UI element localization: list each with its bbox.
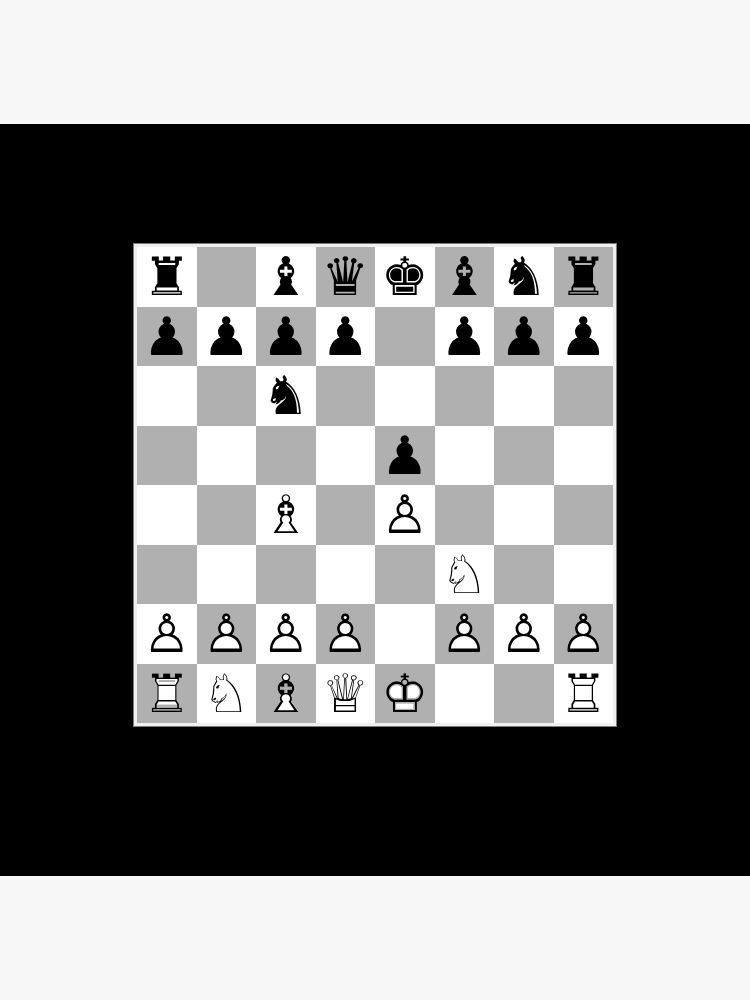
- black-queen: ♛: [316, 247, 376, 307]
- white-pawn: ♟♙: [197, 604, 257, 664]
- square-d1[interactable]: ♛♕: [316, 664, 376, 724]
- white-rook: ♜♖: [137, 664, 197, 724]
- square-h6[interactable]: [554, 366, 614, 426]
- square-e7[interactable]: [375, 307, 435, 367]
- black-pawn: ♟: [137, 307, 197, 367]
- square-e1[interactable]: ♚♔: [375, 664, 435, 724]
- square-f8[interactable]: ♝: [435, 247, 495, 307]
- white-queen: ♛♕: [316, 664, 376, 724]
- white-knight: ♞♘: [197, 664, 257, 724]
- square-g7[interactable]: ♟: [494, 307, 554, 367]
- square-c5[interactable]: [256, 426, 316, 486]
- square-e8[interactable]: ♚: [375, 247, 435, 307]
- square-h2[interactable]: ♟♙: [554, 604, 614, 664]
- square-c2[interactable]: ♟♙: [256, 604, 316, 664]
- square-b6[interactable]: [197, 366, 257, 426]
- square-a8[interactable]: ♜: [137, 247, 197, 307]
- square-f6[interactable]: [435, 366, 495, 426]
- square-g3[interactable]: [494, 545, 554, 605]
- square-c4[interactable]: ♝♗: [256, 485, 316, 545]
- square-f4[interactable]: [435, 485, 495, 545]
- square-d8[interactable]: ♛: [316, 247, 376, 307]
- square-b1[interactable]: ♞♘: [197, 664, 257, 724]
- square-e6[interactable]: [375, 366, 435, 426]
- square-e3[interactable]: [375, 545, 435, 605]
- square-a7[interactable]: ♟: [137, 307, 197, 367]
- black-pawn: ♟: [375, 426, 435, 486]
- square-b8[interactable]: [197, 247, 257, 307]
- square-d3[interactable]: [316, 545, 376, 605]
- square-c3[interactable]: [256, 545, 316, 605]
- square-f7[interactable]: ♟: [435, 307, 495, 367]
- square-g4[interactable]: [494, 485, 554, 545]
- square-a4[interactable]: [137, 485, 197, 545]
- black-pawn: ♟: [197, 307, 257, 367]
- square-d7[interactable]: ♟: [316, 307, 376, 367]
- square-g8[interactable]: ♞: [494, 247, 554, 307]
- square-a2[interactable]: ♟♙: [137, 604, 197, 664]
- poster-canvas: { "game": "chess", "description": "Chess…: [0, 0, 750, 1000]
- square-h8[interactable]: ♜: [554, 247, 614, 307]
- square-c6[interactable]: ♞: [256, 366, 316, 426]
- white-pawn: ♟♙: [375, 485, 435, 545]
- square-g5[interactable]: [494, 426, 554, 486]
- square-f2[interactable]: ♟♙: [435, 604, 495, 664]
- white-pawn: ♟♙: [554, 604, 614, 664]
- square-a5[interactable]: [137, 426, 197, 486]
- white-king: ♚♔: [375, 664, 435, 724]
- square-d5[interactable]: [316, 426, 376, 486]
- square-h4[interactable]: [554, 485, 614, 545]
- white-bishop: ♝♗: [256, 664, 316, 724]
- black-rook: ♜: [137, 247, 197, 307]
- square-e4[interactable]: ♟♙: [375, 485, 435, 545]
- white-pawn: ♟♙: [494, 604, 554, 664]
- artwork-background: ♜♝♛♚♝♞♜♟♟♟♟♟♟♟♞♟♝♗♟♙♞♘♟♙♟♙♟♙♟♙♟♙♟♙♟♙♜♖♞♘…: [0, 124, 750, 876]
- square-b5[interactable]: [197, 426, 257, 486]
- white-pawn: ♟♙: [316, 604, 376, 664]
- white-pawn: ♟♙: [256, 604, 316, 664]
- square-d2[interactable]: ♟♙: [316, 604, 376, 664]
- white-knight: ♞♘: [435, 545, 495, 605]
- square-e2[interactable]: [375, 604, 435, 664]
- black-knight: ♞: [494, 247, 554, 307]
- square-f3[interactable]: ♞♘: [435, 545, 495, 605]
- square-g2[interactable]: ♟♙: [494, 604, 554, 664]
- square-g1[interactable]: [494, 664, 554, 724]
- black-pawn: ♟: [316, 307, 376, 367]
- square-c7[interactable]: ♟: [256, 307, 316, 367]
- black-pawn: ♟: [554, 307, 614, 367]
- square-b7[interactable]: ♟: [197, 307, 257, 367]
- black-pawn: ♟: [256, 307, 316, 367]
- white-bishop: ♝♗: [256, 485, 316, 545]
- square-a1[interactable]: ♜♖: [137, 664, 197, 724]
- black-rook: ♜: [554, 247, 614, 307]
- black-knight: ♞: [256, 366, 316, 426]
- chess-board: ♜♝♛♚♝♞♜♟♟♟♟♟♟♟♞♟♝♗♟♙♞♘♟♙♟♙♟♙♟♙♟♙♟♙♟♙♜♖♞♘…: [137, 247, 613, 723]
- square-f5[interactable]: [435, 426, 495, 486]
- square-b3[interactable]: [197, 545, 257, 605]
- square-d4[interactable]: [316, 485, 376, 545]
- black-pawn: ♟: [435, 307, 495, 367]
- white-pawn: ♟♙: [137, 604, 197, 664]
- square-d6[interactable]: [316, 366, 376, 426]
- square-h5[interactable]: [554, 426, 614, 486]
- black-bishop: ♝: [256, 247, 316, 307]
- square-e5[interactable]: ♟: [375, 426, 435, 486]
- square-c8[interactable]: ♝: [256, 247, 316, 307]
- white-rook: ♜♖: [554, 664, 614, 724]
- square-b2[interactable]: ♟♙: [197, 604, 257, 664]
- black-bishop: ♝: [435, 247, 495, 307]
- square-h7[interactable]: ♟: [554, 307, 614, 367]
- square-f1[interactable]: [435, 664, 495, 724]
- black-pawn: ♟: [494, 307, 554, 367]
- chess-board-frame: ♜♝♛♚♝♞♜♟♟♟♟♟♟♟♞♟♝♗♟♙♞♘♟♙♟♙♟♙♟♙♟♙♟♙♟♙♜♖♞♘…: [133, 243, 617, 727]
- square-h1[interactable]: ♜♖: [554, 664, 614, 724]
- square-a6[interactable]: [137, 366, 197, 426]
- black-king: ♚: [375, 247, 435, 307]
- square-b4[interactable]: [197, 485, 257, 545]
- square-h3[interactable]: [554, 545, 614, 605]
- square-a3[interactable]: [137, 545, 197, 605]
- square-c1[interactable]: ♝♗: [256, 664, 316, 724]
- square-g6[interactable]: [494, 366, 554, 426]
- white-pawn: ♟♙: [435, 604, 495, 664]
